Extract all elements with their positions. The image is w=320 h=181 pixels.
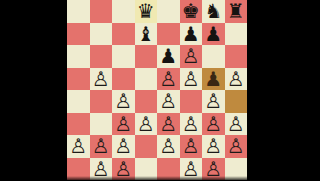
square-e6[interactable]: ♟ (157, 45, 180, 68)
square-b7[interactable] (90, 23, 113, 46)
square-d3[interactable]: ♙ (135, 113, 158, 136)
square-c2[interactable]: ♙ (112, 135, 135, 158)
white-pawn-piece: ♙ (227, 135, 245, 157)
square-h5[interactable]: ♙ (225, 68, 248, 91)
square-a3[interactable] (67, 113, 90, 136)
square-d2[interactable] (135, 135, 158, 158)
black-pawn-piece: ♟ (204, 23, 222, 45)
square-f5[interactable]: ♙ (180, 68, 203, 91)
square-e4[interactable]: ♙ (157, 90, 180, 113)
white-pawn-piece: ♙ (182, 45, 200, 67)
square-d5[interactable] (135, 68, 158, 91)
white-pawn-piece: ♙ (227, 113, 245, 135)
square-f6[interactable]: ♙ (180, 45, 203, 68)
white-pawn-piece: ♙ (204, 135, 222, 157)
square-h1[interactable] (225, 158, 248, 181)
square-b2[interactable]: ♙ (90, 135, 113, 158)
black-pawn-piece: ♟ (159, 45, 177, 67)
square-g4[interactable]: ♙ (202, 90, 225, 113)
square-e3[interactable]: ♙ (157, 113, 180, 136)
square-g6[interactable] (202, 45, 225, 68)
white-pawn-piece: ♙ (92, 135, 110, 157)
square-h8[interactable]: ♜ (225, 0, 248, 23)
square-b1[interactable]: ♙ (90, 158, 113, 181)
square-a1[interactable] (67, 158, 90, 181)
square-d6[interactable] (135, 45, 158, 68)
white-pawn-piece: ♙ (227, 68, 245, 90)
square-h6[interactable] (225, 45, 248, 68)
square-e2[interactable]: ♙ (157, 135, 180, 158)
square-e8[interactable] (157, 0, 180, 23)
square-a6[interactable] (67, 45, 90, 68)
square-b5[interactable]: ♙ (90, 68, 113, 91)
square-f8[interactable]: ♚ (180, 0, 203, 23)
square-h7[interactable] (225, 23, 248, 46)
square-b4[interactable] (90, 90, 113, 113)
black-king-piece: ♚ (182, 0, 200, 22)
white-pawn-piece: ♙ (182, 68, 200, 90)
white-pawn-piece: ♙ (182, 158, 200, 180)
square-h4[interactable] (225, 90, 248, 113)
square-d4[interactable] (135, 90, 158, 113)
square-a7[interactable] (67, 23, 90, 46)
black-rook-piece: ♜ (227, 0, 245, 22)
square-c1[interactable]: ♙ (112, 158, 135, 181)
square-a5[interactable] (67, 68, 90, 91)
square-c6[interactable] (112, 45, 135, 68)
square-e5[interactable]: ♙ (157, 68, 180, 91)
square-f7[interactable]: ♟ (180, 23, 203, 46)
square-g7[interactable]: ♟ (202, 23, 225, 46)
white-pawn-piece: ♙ (159, 68, 177, 90)
white-pawn-piece: ♙ (92, 68, 110, 90)
white-pawn-piece: ♙ (204, 158, 222, 180)
square-d8[interactable]: ♛ (135, 0, 158, 23)
white-pawn-piece: ♙ (159, 113, 177, 135)
square-b6[interactable] (90, 45, 113, 68)
black-pawn-piece: ♟ (204, 68, 222, 90)
square-g3[interactable]: ♙ (202, 113, 225, 136)
pillarbox-bar-right (247, 0, 320, 180)
white-pawn-piece: ♙ (182, 135, 200, 157)
white-pawn-piece: ♙ (92, 158, 110, 180)
black-bishop-piece: ♝ (137, 23, 155, 45)
square-d1[interactable] (135, 158, 158, 181)
square-c8[interactable] (112, 0, 135, 23)
square-a8[interactable] (67, 0, 90, 23)
square-c5[interactable] (112, 68, 135, 91)
square-f3[interactable]: ♙ (180, 113, 203, 136)
square-a2[interactable]: ♙ (67, 135, 90, 158)
square-f2[interactable]: ♙ (180, 135, 203, 158)
square-d7[interactable]: ♝ (135, 23, 158, 46)
white-pawn-piece: ♙ (114, 158, 132, 180)
white-pawn-piece: ♙ (182, 113, 200, 135)
square-c3[interactable]: ♙ (112, 113, 135, 136)
square-f1[interactable]: ♙ (180, 158, 203, 181)
square-g1[interactable]: ♙ (202, 158, 225, 181)
square-b3[interactable] (90, 113, 113, 136)
pillarbox-bar-left (0, 0, 67, 180)
square-h2[interactable]: ♙ (225, 135, 248, 158)
chess-board: ♛♚♞♜♝♟♟♟♙♙♙♙♟♙♙♙♙♙♙♙♙♙♙♙♙♙♙♙♙♙♙♙♙♙ (67, 0, 247, 180)
black-pawn-piece: ♟ (182, 23, 200, 45)
white-pawn-piece: ♙ (114, 90, 132, 112)
white-pawn-piece: ♙ (159, 135, 177, 157)
white-pawn-piece: ♙ (69, 135, 87, 157)
black-queen-piece: ♛ (137, 0, 155, 22)
white-pawn-piece: ♙ (137, 113, 155, 135)
white-pawn-piece: ♙ (204, 90, 222, 112)
square-b8[interactable] (90, 0, 113, 23)
square-h3[interactable]: ♙ (225, 113, 248, 136)
square-c4[interactable]: ♙ (112, 90, 135, 113)
black-knight-piece: ♞ (204, 0, 222, 22)
video-frame: ♛♚♞♜♝♟♟♟♙♙♙♙♟♙♙♙♙♙♙♙♙♙♙♙♙♙♙♙♙♙♙♙♙♙ (0, 0, 320, 180)
square-a4[interactable] (67, 90, 90, 113)
white-pawn-piece: ♙ (159, 90, 177, 112)
square-e1[interactable] (157, 158, 180, 181)
square-g2[interactable]: ♙ (202, 135, 225, 158)
square-c7[interactable] (112, 23, 135, 46)
white-pawn-piece: ♙ (114, 113, 132, 135)
white-pawn-piece: ♙ (114, 135, 132, 157)
square-g5[interactable]: ♟ (202, 68, 225, 91)
square-f4[interactable] (180, 90, 203, 113)
square-g8[interactable]: ♞ (202, 0, 225, 23)
white-pawn-piece: ♙ (204, 113, 222, 135)
square-e7[interactable] (157, 23, 180, 46)
